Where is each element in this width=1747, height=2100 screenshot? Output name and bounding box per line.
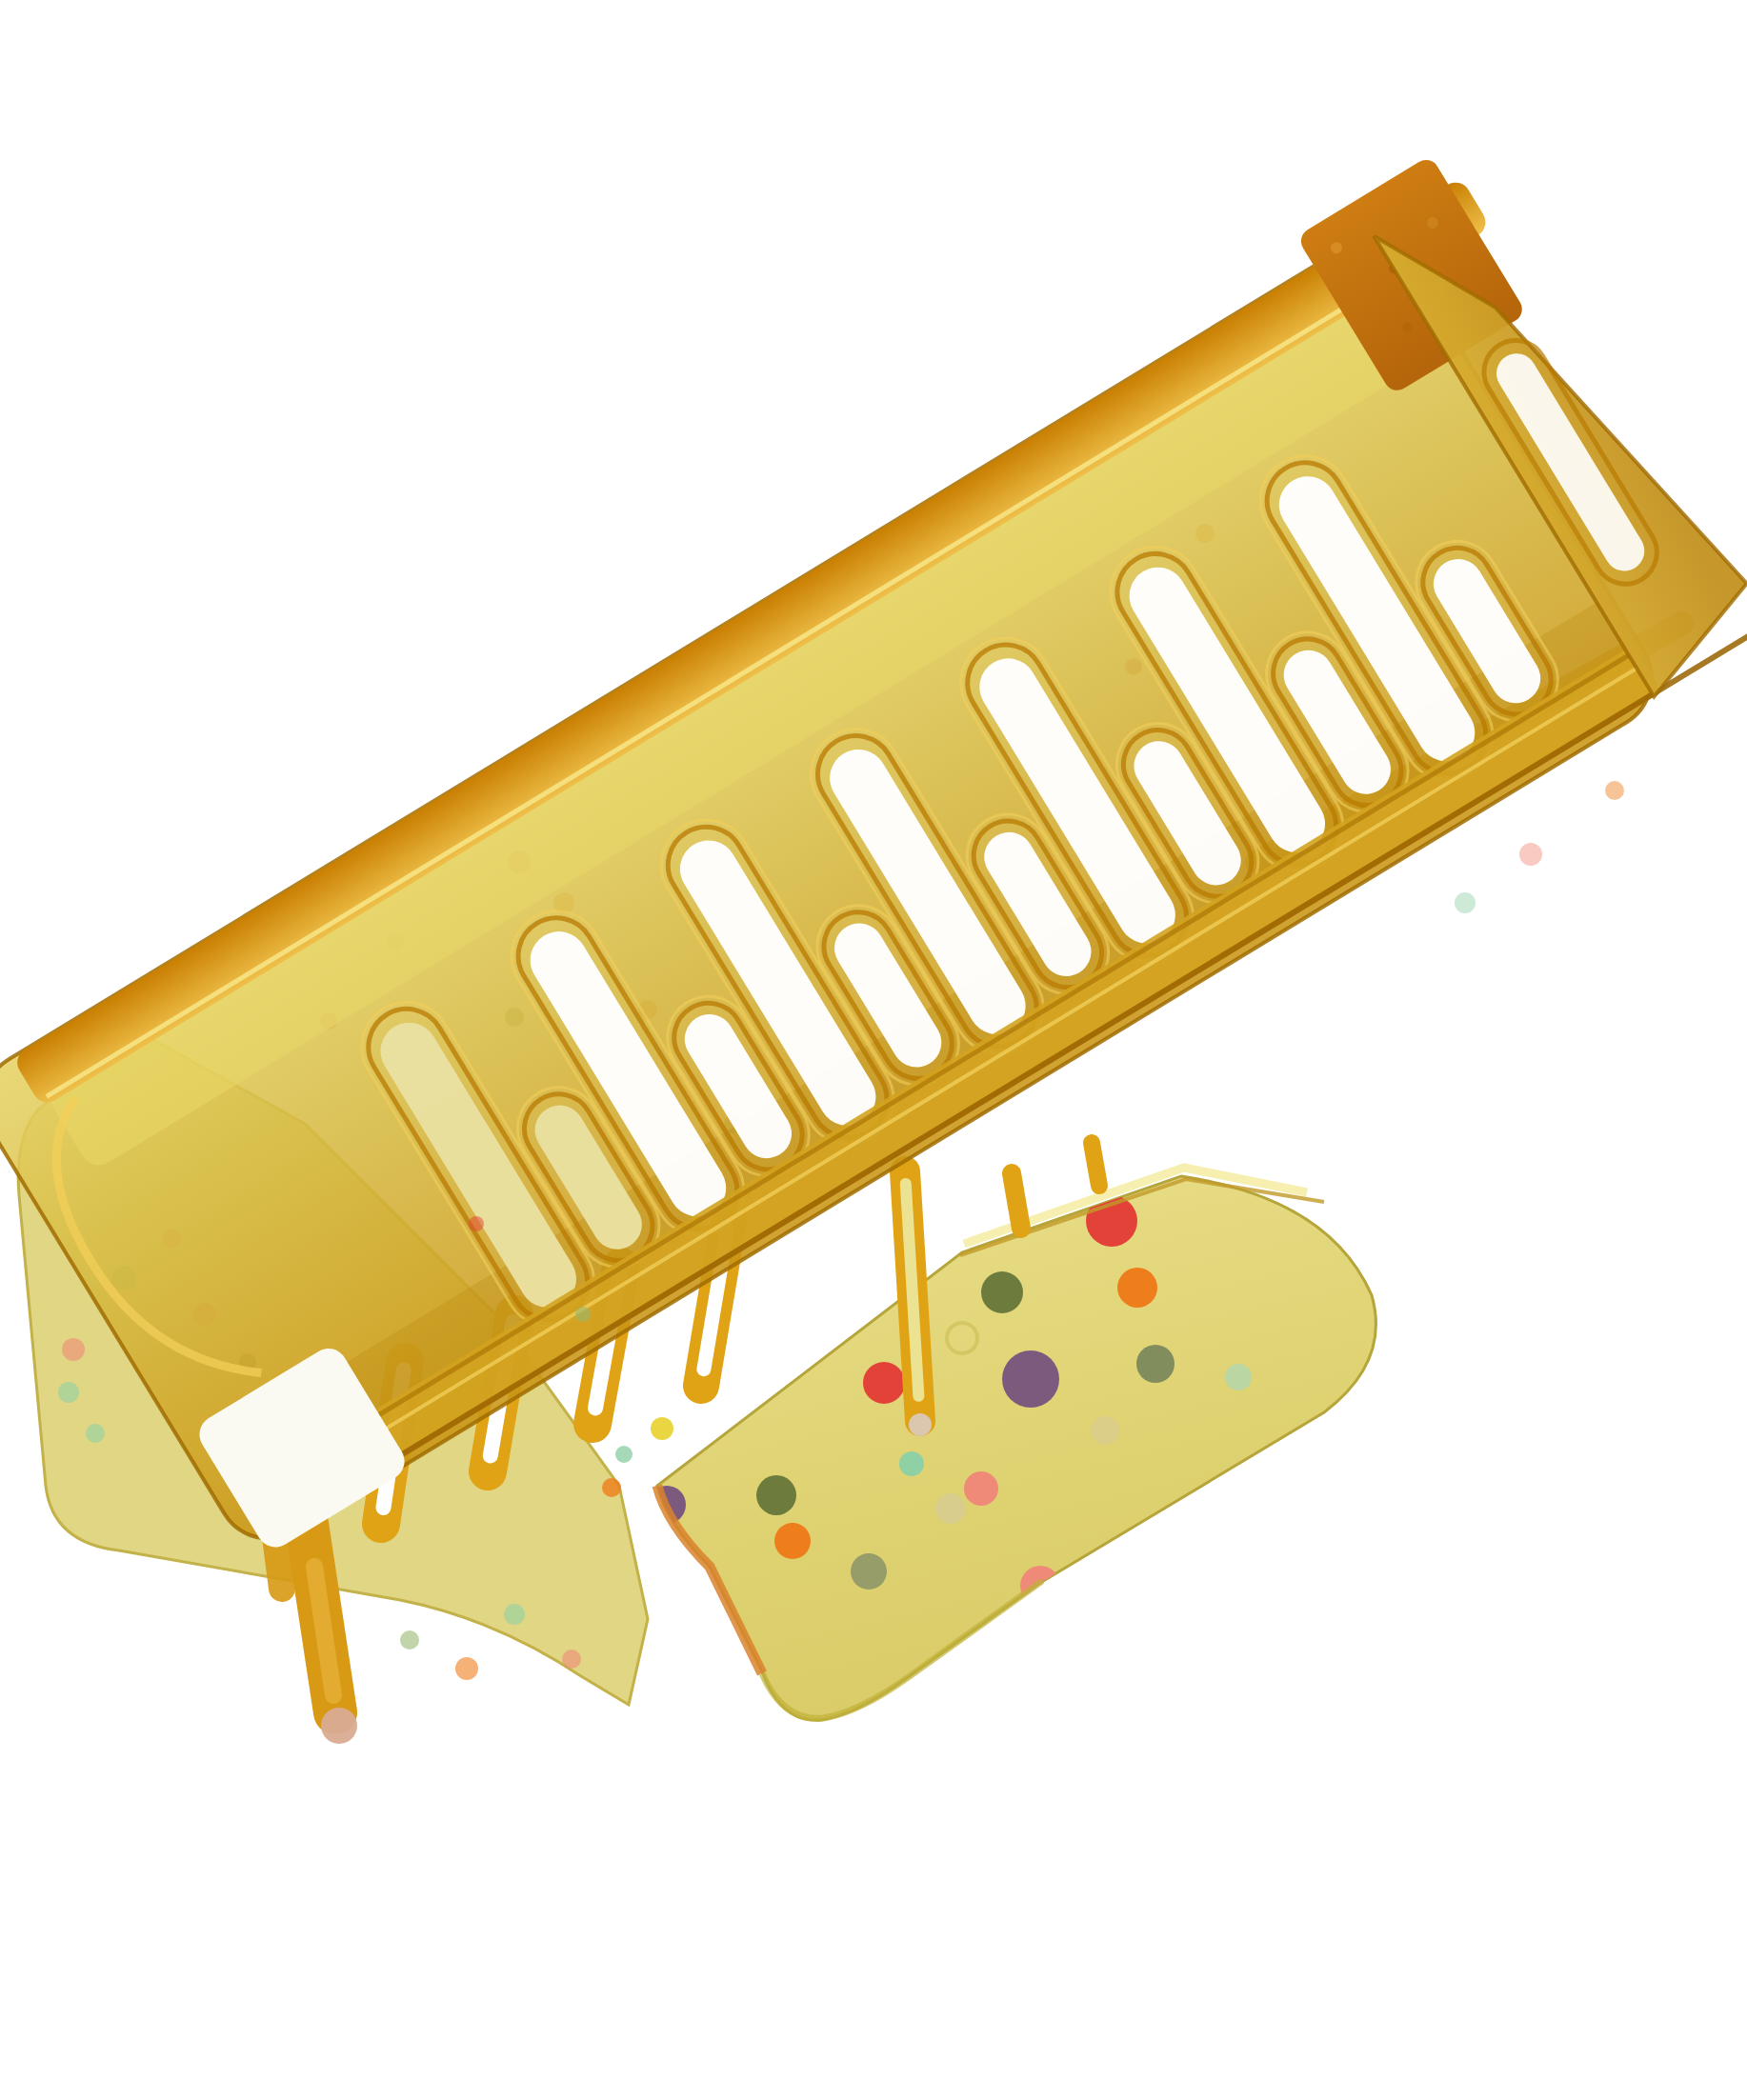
polka-dot [58,1382,79,1403]
polka-dot [1519,843,1542,866]
polka-dot [1117,1268,1157,1308]
nub-pink-tip [321,1708,357,1744]
polka-dot [1225,1364,1252,1390]
polka-dot [981,1271,1023,1313]
polka-dot [851,1553,887,1590]
polka-dot [455,1657,478,1680]
polka-dot [899,1451,924,1476]
photo-stage [0,0,1747,2100]
polka-dot [1091,1416,1119,1445]
gold-tooth [1012,1173,1021,1229]
polka-dot [575,1307,591,1322]
polka-dot [469,1216,484,1231]
polka-dot [1136,1345,1175,1383]
polka-dot [615,1446,633,1463]
polka-dot [602,1478,621,1497]
hair-claw-clip-photo [0,0,1747,2100]
polka-dot [774,1523,811,1559]
polka-dot [964,1471,998,1506]
polka-dot [562,1650,581,1669]
polka-dot [1002,1350,1059,1408]
polka-dot [86,1424,105,1443]
polka-dot [756,1475,796,1515]
polka-dot [504,1604,525,1625]
polka-dot [651,1417,673,1440]
polka-dot [935,1493,966,1524]
polka-dot [1455,892,1476,913]
polka-dot [400,1630,419,1650]
polka-dot [1605,781,1624,800]
polka-dot [863,1362,905,1404]
gold-tooth [1092,1143,1099,1186]
polka-dot [62,1338,85,1361]
tooth-pale-tip [909,1413,932,1436]
